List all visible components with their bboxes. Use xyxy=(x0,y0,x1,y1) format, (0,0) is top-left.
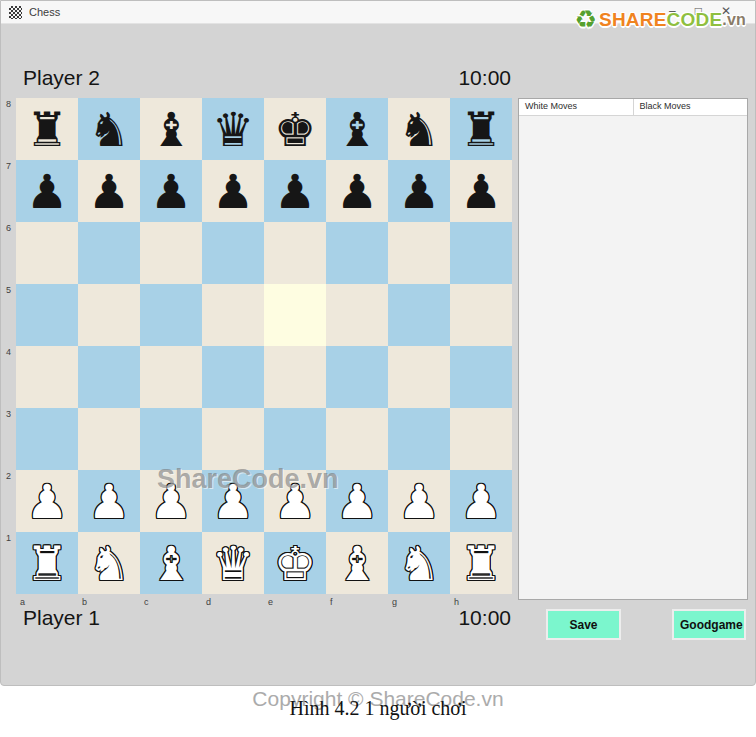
square-c3[interactable] xyxy=(140,408,202,470)
piece-white-king: ♚ xyxy=(274,540,316,587)
chessboard-app-icon xyxy=(9,6,22,19)
square-d4[interactable] xyxy=(202,346,264,408)
file-label-c: c xyxy=(144,597,149,607)
square-d1[interactable]: ♛ xyxy=(202,532,264,594)
square-a1[interactable]: ♜ xyxy=(16,532,78,594)
piece-black-pawn: ♟ xyxy=(150,168,192,215)
black-moves-header: Black Moves xyxy=(634,99,748,115)
square-e7[interactable]: ♟ xyxy=(264,160,326,222)
file-label-e: e xyxy=(268,597,273,607)
logo-code-text: CODE xyxy=(667,9,723,31)
save-button[interactable]: Save xyxy=(546,609,621,640)
square-c7[interactable]: ♟ xyxy=(140,160,202,222)
square-e1[interactable]: ♚ xyxy=(264,532,326,594)
piece-white-knight: ♞ xyxy=(88,540,130,587)
piece-white-queen: ♛ xyxy=(212,540,254,587)
piece-black-bishop: ♝ xyxy=(336,106,378,153)
player1-row: Player 1 10:00 xyxy=(23,606,511,630)
piece-black-knight: ♞ xyxy=(398,106,440,153)
piece-black-rook: ♜ xyxy=(460,106,502,153)
file-label-b: b xyxy=(82,597,87,607)
square-c1[interactable]: ♝ xyxy=(140,532,202,594)
square-d7[interactable]: ♟ xyxy=(202,160,264,222)
square-f1[interactable]: ♝ xyxy=(326,532,388,594)
square-a5[interactable] xyxy=(16,284,78,346)
square-g5[interactable] xyxy=(388,284,450,346)
square-b4[interactable] xyxy=(78,346,140,408)
sharecode-logo: ♻SHARECODE.vn xyxy=(574,5,746,34)
file-label-a: a xyxy=(20,597,25,607)
square-d3[interactable] xyxy=(202,408,264,470)
square-h1[interactable]: ♜ xyxy=(450,532,512,594)
piece-white-bishop: ♝ xyxy=(336,540,378,587)
piece-black-pawn: ♟ xyxy=(274,168,316,215)
square-a8[interactable]: ♜ xyxy=(16,98,78,160)
square-g8[interactable]: ♞ xyxy=(388,98,450,160)
square-b3[interactable] xyxy=(78,408,140,470)
piece-white-pawn: ♟ xyxy=(460,478,502,525)
player2-name: Player 2 xyxy=(23,66,100,90)
file-label-h: h xyxy=(454,597,459,607)
square-b8[interactable]: ♞ xyxy=(78,98,140,160)
player1-clock: 10:00 xyxy=(458,606,511,630)
piece-black-pawn: ♟ xyxy=(26,168,68,215)
rank-label-8: 8 xyxy=(6,99,11,109)
rank-label-1: 1 xyxy=(6,533,11,543)
square-g4[interactable] xyxy=(388,346,450,408)
footer: Copyright © ShareCode.vn Hình 4.2 1 ngườ… xyxy=(0,686,756,737)
square-b1[interactable]: ♞ xyxy=(78,532,140,594)
square-g2[interactable]: ♟ xyxy=(388,470,450,532)
piece-black-pawn: ♟ xyxy=(336,168,378,215)
square-h8[interactable]: ♜ xyxy=(450,98,512,160)
piece-black-pawn: ♟ xyxy=(460,168,502,215)
square-f6[interactable] xyxy=(326,222,388,284)
square-c5[interactable] xyxy=(140,284,202,346)
logo-vn-text: .vn xyxy=(722,11,746,29)
piece-black-pawn: ♟ xyxy=(212,168,254,215)
moves-panel: White Moves Black Moves xyxy=(518,98,748,600)
moves-list[interactable] xyxy=(519,116,747,600)
file-label-d: d xyxy=(206,597,211,607)
square-g7[interactable]: ♟ xyxy=(388,160,450,222)
square-a2[interactable]: ♟ xyxy=(16,470,78,532)
square-d8[interactable]: ♛ xyxy=(202,98,264,160)
piece-black-bishop: ♝ xyxy=(150,106,192,153)
square-e8[interactable]: ♚ xyxy=(264,98,326,160)
file-label-f: f xyxy=(330,597,333,607)
board-watermark: ShareCode.vn xyxy=(157,464,339,495)
piece-white-pawn: ♟ xyxy=(26,478,68,525)
rank-label-5: 5 xyxy=(6,285,11,295)
piece-black-king: ♚ xyxy=(274,106,316,153)
square-f7[interactable]: ♟ xyxy=(326,160,388,222)
piece-black-rook: ♜ xyxy=(26,106,68,153)
piece-black-pawn: ♟ xyxy=(88,168,130,215)
square-g1[interactable]: ♞ xyxy=(388,532,450,594)
square-h5[interactable] xyxy=(450,284,512,346)
square-f3[interactable] xyxy=(326,408,388,470)
piece-white-rook: ♜ xyxy=(26,540,68,587)
piece-white-pawn: ♟ xyxy=(88,478,130,525)
player1-name: Player 1 xyxy=(23,606,100,630)
piece-white-knight: ♞ xyxy=(398,540,440,587)
square-g3[interactable] xyxy=(388,408,450,470)
logo-share-text: SHARE xyxy=(599,9,667,31)
square-c8[interactable]: ♝ xyxy=(140,98,202,160)
chess-board: ♜♞♝♛♚♝♞♜♟♟♟♟♟♟♟♟♟♟♟♟♟♟♟♟♜♞♝♛♚♝♞♜ xyxy=(16,98,512,594)
square-e3[interactable] xyxy=(264,408,326,470)
square-h7[interactable]: ♟ xyxy=(450,160,512,222)
square-h6[interactable] xyxy=(450,222,512,284)
square-c6[interactable] xyxy=(140,222,202,284)
square-d6[interactable] xyxy=(202,222,264,284)
rank-label-2: 2 xyxy=(6,471,11,481)
square-d5[interactable] xyxy=(202,284,264,346)
square-a6[interactable] xyxy=(16,222,78,284)
square-h2[interactable]: ♟ xyxy=(450,470,512,532)
square-f5[interactable] xyxy=(326,284,388,346)
square-f4[interactable] xyxy=(326,346,388,408)
square-e4[interactable] xyxy=(264,346,326,408)
window-title: Chess xyxy=(29,6,60,18)
square-g6[interactable] xyxy=(388,222,450,284)
square-e6[interactable] xyxy=(264,222,326,284)
chess-app-window: Chess – □ ✕ ♻SHARECODE.vn Player 2 10:00… xyxy=(0,0,756,686)
square-a4[interactable] xyxy=(16,346,78,408)
moves-header: White Moves Black Moves xyxy=(519,99,747,116)
square-e5[interactable] xyxy=(264,284,326,346)
figure-caption: Hình 4.2 1 người chơi xyxy=(0,697,756,720)
white-moves-header: White Moves xyxy=(519,99,634,115)
square-b5[interactable] xyxy=(78,284,140,346)
square-b7[interactable]: ♟ xyxy=(78,160,140,222)
square-h4[interactable] xyxy=(450,346,512,408)
square-a3[interactable] xyxy=(16,408,78,470)
square-b2[interactable]: ♟ xyxy=(78,470,140,532)
piece-white-rook: ♜ xyxy=(460,540,502,587)
player2-row: Player 2 10:00 xyxy=(23,66,511,90)
piece-white-pawn: ♟ xyxy=(398,478,440,525)
square-b6[interactable] xyxy=(78,222,140,284)
piece-black-queen: ♛ xyxy=(212,106,254,153)
recycle-icon: ♻ xyxy=(574,5,597,34)
rank-label-3: 3 xyxy=(6,409,11,419)
square-a7[interactable]: ♟ xyxy=(16,160,78,222)
player2-clock: 10:00 xyxy=(458,66,511,90)
piece-white-pawn: ♟ xyxy=(336,478,378,525)
square-h3[interactable] xyxy=(450,408,512,470)
rank-label-4: 4 xyxy=(6,347,11,357)
square-f8[interactable]: ♝ xyxy=(326,98,388,160)
goodgame-button[interactable]: Goodgame xyxy=(672,609,746,640)
piece-black-knight: ♞ xyxy=(88,106,130,153)
file-label-g: g xyxy=(392,597,397,607)
rank-label-6: 6 xyxy=(6,223,11,233)
square-c4[interactable] xyxy=(140,346,202,408)
piece-black-pawn: ♟ xyxy=(398,168,440,215)
piece-white-bishop: ♝ xyxy=(150,540,192,587)
rank-label-7: 7 xyxy=(6,161,11,171)
